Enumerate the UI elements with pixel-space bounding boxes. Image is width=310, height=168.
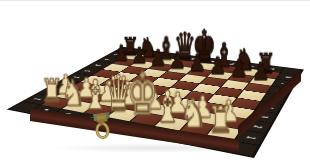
file-label-d-back: D [183,55,206,62]
chess-board-grid: ABCDEFGH8♜♞♝♛♚♝♞♜87♟♟♟♟♟♟♟♟7665544332♟♟♟… [7,46,304,157]
brass-clasp-icon [86,111,121,151]
label-text: D [191,57,198,59]
label-text: 6 [95,64,103,66]
black-queen: ♛ [174,28,196,66]
label-text: E [210,60,216,62]
square-g6 [222,80,249,90]
black-pawn: ♟ [251,59,269,84]
label-text: B [155,53,162,55]
black-pawn: ♟ [168,49,185,72]
black-rook: ♜ [121,34,138,58]
label-text: 1 [244,135,255,139]
photo-background: ABCDEFGH8♜♞♝♛♚♝♞♜87♟♟♟♟♟♟♟♟7665544332♟♟♟… [0,0,310,168]
white-knight: ♞ [60,74,85,110]
file-label-g-back: G [240,62,263,69]
square-g7: ♟ [228,73,254,82]
file-label-f-back: F [220,60,243,67]
file-label-a-back: A [130,49,153,55]
black-pawn: ♟ [188,51,206,74]
white-king: ♚ [126,64,157,123]
square-h7: ♟ [250,76,276,85]
square-d7: ♟ [168,65,194,73]
square-g8: ♞ [234,67,259,75]
file-label-e-back: E [201,57,224,64]
black-bishop: ♝ [156,32,175,63]
scene: ABCDEFGH8♜♞♝♛♚♝♞♜87♟♟♟♟♟♟♟♟7665544332♟♟♟… [0,1,310,168]
black-pawn: ♟ [229,56,247,80]
square-f8: ♝ [214,65,239,73]
label-text: 2 [252,124,263,128]
label-text: 8 [114,53,122,55]
white-rook: ♜ [40,75,62,106]
white-rook: ♜ [207,101,233,137]
rank-label-8-left: 8 [107,51,129,58]
black-knight: ♞ [138,33,157,61]
label-text: G [248,64,255,67]
square-d6 [159,71,186,80]
white-bishop: ♝ [154,84,181,127]
square-f7: ♟ [207,70,233,79]
square-c8: ♝ [157,57,182,64]
square-e6 [179,74,206,83]
square-e8: ♚ [194,62,219,70]
black-knight: ♞ [234,44,255,74]
black-rook: ♜ [256,50,275,77]
file-label-h-back: H [260,65,283,72]
black-pawn: ♟ [208,54,226,78]
file-label-c-back: C [165,53,188,59]
square-e7: ♟ [187,68,213,76]
label-text: 7 [105,58,113,60]
label-text: A [138,51,145,53]
white-knight: ♞ [179,93,206,133]
frame-corner [116,47,137,53]
square-f6 [200,77,227,86]
square-h6 [244,83,271,93]
square-h8: ♜ [255,70,280,79]
file-label-b-back: B [147,51,170,57]
square-d8: ♛ [175,60,200,68]
label-text: F [229,62,235,64]
label-text: C [173,55,180,57]
label-text: H [268,67,275,70]
black-bishop: ♝ [214,38,234,71]
rank-label-7-left: 7 [97,56,120,63]
